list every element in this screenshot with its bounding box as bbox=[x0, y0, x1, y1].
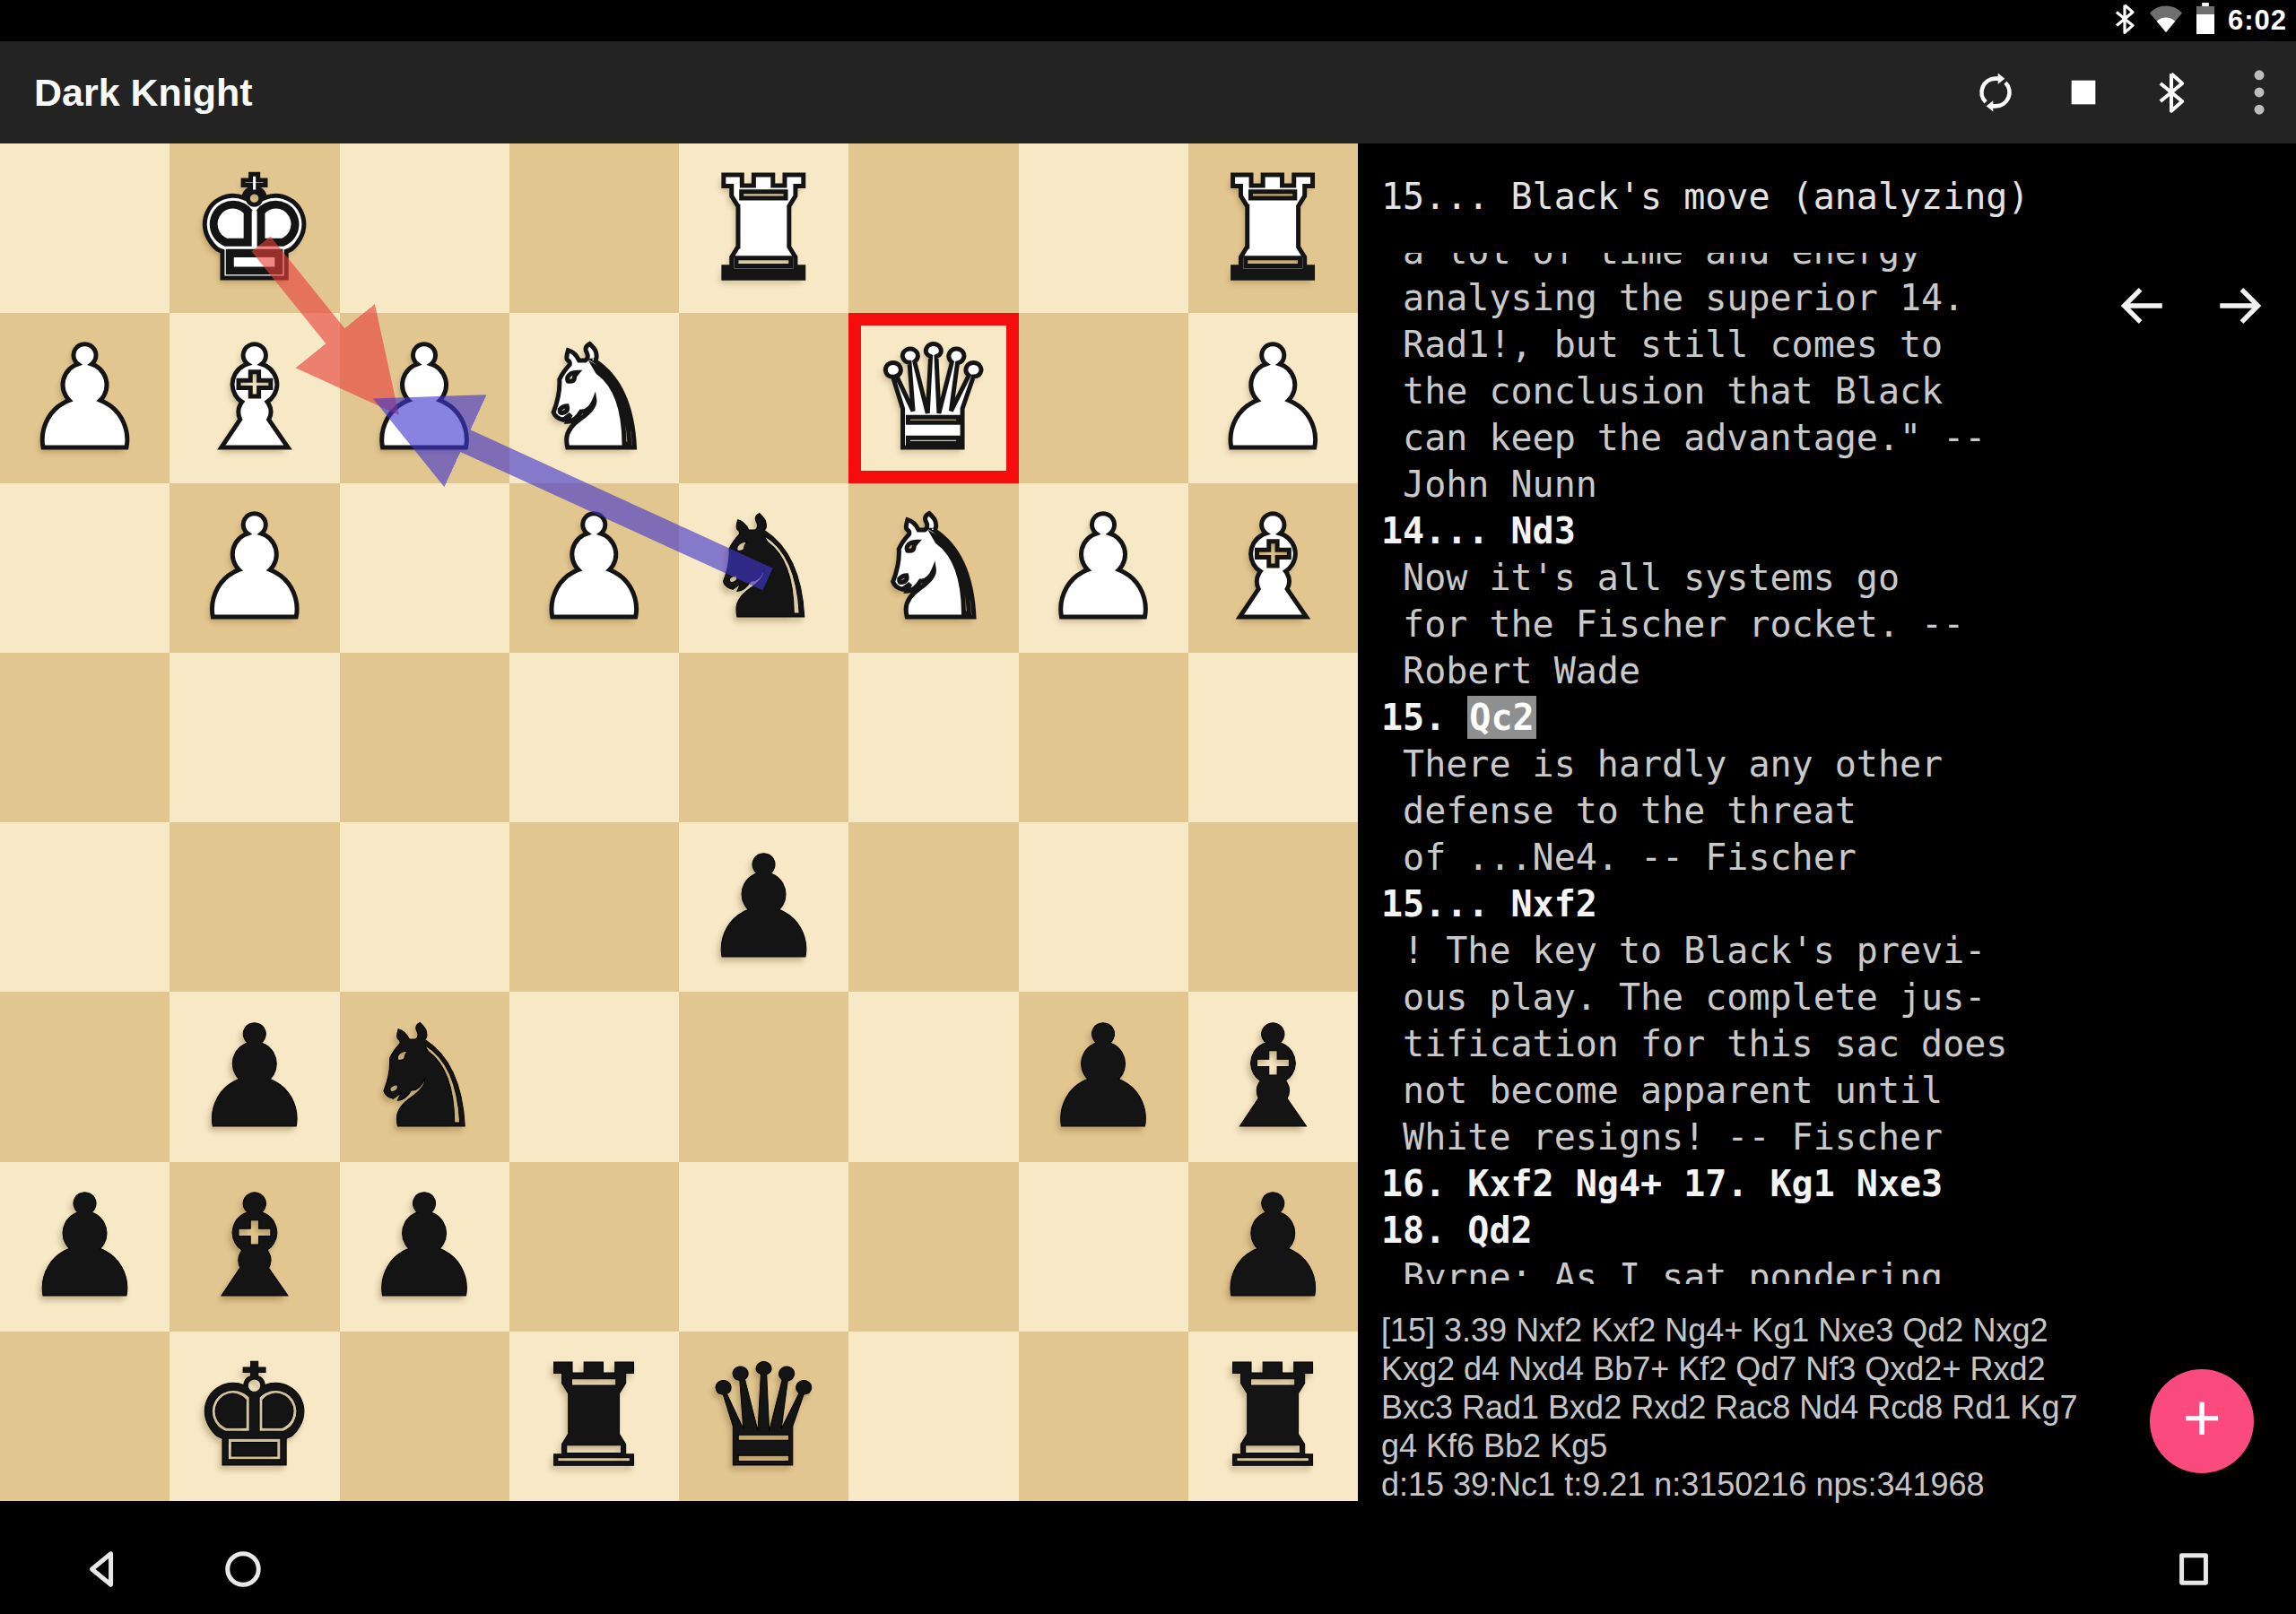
square-g6[interactable]: ♟ bbox=[170, 992, 339, 1161]
comment-line: White resigns! -- Fischer bbox=[1381, 1114, 2242, 1160]
square-d2[interactable] bbox=[679, 313, 848, 482]
stop-icon[interactable] bbox=[2063, 72, 2104, 113]
square-g3[interactable]: ♟ bbox=[170, 483, 339, 653]
square-b8[interactable] bbox=[1019, 1332, 1188, 1501]
white-pawn-e3: ♟ bbox=[531, 497, 658, 638]
square-h6[interactable] bbox=[0, 992, 170, 1161]
square-e7[interactable] bbox=[509, 1162, 679, 1332]
overflow-menu-icon[interactable] bbox=[2239, 72, 2280, 113]
black-knight-f6: ♞ bbox=[361, 1006, 488, 1148]
comment-line: ous play. The complete jus- bbox=[1381, 974, 2242, 1020]
square-h7[interactable]: ♟ bbox=[0, 1162, 170, 1332]
square-g2[interactable]: ♝ bbox=[170, 313, 339, 482]
black-pawn-f7: ♟ bbox=[361, 1176, 488, 1317]
engine-line: Kxg2 d4 Nxd4 Bb7+ Kf2 Qd7 Nf3 Qxd2+ Rxd2 bbox=[1381, 1349, 2170, 1388]
white-king-g1: ♚ bbox=[191, 158, 318, 299]
square-g1[interactable]: ♚ bbox=[170, 143, 339, 313]
square-f2[interactable]: ♟ bbox=[340, 313, 509, 482]
engine-line: g4 Kf6 Bb2 Kg5 bbox=[1381, 1427, 2170, 1465]
square-b1[interactable] bbox=[1019, 143, 1188, 313]
square-h2[interactable]: ♟ bbox=[0, 313, 170, 482]
comment-line: can keep the advantage." -- bbox=[1381, 414, 2242, 461]
square-d3[interactable]: ♞ bbox=[679, 483, 848, 653]
square-e2[interactable]: ♞ bbox=[509, 313, 679, 482]
square-a6[interactable]: ♝ bbox=[1188, 992, 1358, 1161]
comment-line: ! The key to Black's previ- bbox=[1381, 927, 2242, 974]
sync-icon[interactable] bbox=[1975, 72, 2016, 113]
square-e6[interactable] bbox=[509, 992, 679, 1161]
square-c4[interactable] bbox=[848, 653, 1018, 822]
square-h1[interactable] bbox=[0, 143, 170, 313]
move-status-header: 15... Black's move (analyzing) bbox=[1381, 176, 2029, 217]
square-f7[interactable]: ♟ bbox=[340, 1162, 509, 1332]
black-bishop-g7: ♝ bbox=[191, 1176, 318, 1317]
current-move-highlight[interactable]: Qc2 bbox=[1467, 696, 1535, 739]
square-f3[interactable] bbox=[340, 483, 509, 653]
comment-line: the conclusion that Black bbox=[1381, 368, 2242, 414]
black-knight-d3: ♞ bbox=[700, 497, 828, 638]
black-pawn-a7: ♟ bbox=[1210, 1176, 1337, 1317]
square-c8[interactable] bbox=[848, 1332, 1018, 1501]
square-g4[interactable] bbox=[170, 653, 339, 822]
comment-line: Now it's all systems go bbox=[1381, 554, 2242, 601]
comment-line: a lot of time and energy bbox=[1381, 253, 2242, 274]
status-icons: 6:02 bbox=[2113, 0, 2287, 41]
bluetooth-icon bbox=[2113, 4, 2136, 38]
square-d7[interactable] bbox=[679, 1162, 848, 1332]
white-pawn-b3: ♟ bbox=[1039, 497, 1167, 638]
white-rook-a1: ♜ bbox=[1210, 158, 1337, 299]
black-rook-a8: ♜ bbox=[1210, 1345, 1337, 1487]
recents-icon[interactable] bbox=[2149, 1524, 2239, 1614]
comment-line: defense to the threat bbox=[1381, 787, 2242, 834]
white-bishop-g2: ♝ bbox=[191, 327, 318, 469]
back-icon[interactable] bbox=[57, 1524, 147, 1614]
black-pawn-d5: ♟ bbox=[700, 837, 828, 978]
comment-line: tification for this sac does bbox=[1381, 1020, 2242, 1067]
square-h4[interactable] bbox=[0, 653, 170, 822]
square-c7[interactable] bbox=[848, 1162, 1018, 1332]
square-f1[interactable] bbox=[340, 143, 509, 313]
square-c2[interactable]: ♛ bbox=[848, 313, 1018, 482]
move-line[interactable]: 18. Qd2 bbox=[1381, 1207, 2242, 1254]
square-e4[interactable] bbox=[509, 653, 679, 822]
square-b4[interactable] bbox=[1019, 653, 1188, 822]
square-g7[interactable]: ♝ bbox=[170, 1162, 339, 1332]
comment-line: Rad1!, but still comes to bbox=[1381, 321, 2242, 368]
black-bishop-a6: ♝ bbox=[1210, 1006, 1337, 1148]
engine-line: Bxc3 Rad1 Bxd2 Rxd2 Rac8 Nd4 Rcd8 Rd1 Kg… bbox=[1381, 1388, 2170, 1427]
square-d8[interactable]: ♛ bbox=[679, 1332, 848, 1501]
square-g5[interactable] bbox=[170, 822, 339, 992]
square-b7[interactable] bbox=[1019, 1162, 1188, 1332]
annotation-scroll-area[interactable]: a lot of time and energy analysing the s… bbox=[1381, 253, 2242, 1284]
add-fab[interactable]: + bbox=[2150, 1369, 2254, 1473]
square-b5[interactable] bbox=[1019, 822, 1188, 992]
square-f4[interactable] bbox=[340, 653, 509, 822]
move-line[interactable]: 16. Kxf2 Ng4+ 17. Kg1 Nxe3 bbox=[1381, 1160, 2242, 1207]
white-knight-c3: ♞ bbox=[870, 497, 997, 638]
white-queen-c2: ♛ bbox=[870, 327, 997, 469]
square-c3[interactable]: ♞ bbox=[848, 483, 1018, 653]
engine-output: [15] 3.39 Nxf2 Kxf2 Ng4+ Kg1 Nxe3 Qd2 Nx… bbox=[1381, 1311, 2170, 1504]
white-rook-d1: ♜ bbox=[700, 158, 828, 299]
battery-icon bbox=[2196, 3, 2215, 39]
status-bar: 6:02 bbox=[0, 0, 2296, 41]
square-a8[interactable]: ♜ bbox=[1188, 1332, 1358, 1501]
square-d1[interactable]: ♜ bbox=[679, 143, 848, 313]
comment-line: There is hardly any other bbox=[1381, 741, 2242, 787]
white-knight-e2: ♞ bbox=[531, 327, 658, 469]
white-pawn-h2: ♟ bbox=[22, 327, 149, 469]
black-king-g8: ♚ bbox=[191, 1345, 318, 1487]
white-pawn-g3: ♟ bbox=[191, 497, 318, 638]
black-pawn-h7: ♟ bbox=[22, 1176, 149, 1317]
square-f8[interactable] bbox=[340, 1332, 509, 1501]
comment-line: Byrne: As I sat pondering bbox=[1381, 1254, 2242, 1284]
black-rook-e8: ♜ bbox=[531, 1345, 658, 1487]
home-icon[interactable] bbox=[198, 1524, 288, 1614]
system-nav-bar bbox=[0, 1524, 2296, 1614]
comment-line: Robert Wade bbox=[1381, 647, 2242, 694]
square-a2[interactable]: ♟ bbox=[1188, 313, 1358, 482]
clock: 6:02 bbox=[2228, 4, 2287, 37]
square-a4[interactable] bbox=[1188, 653, 1358, 822]
square-a1[interactable]: ♜ bbox=[1188, 143, 1358, 313]
engine-line: [15] 3.39 Nxf2 Kxf2 Ng4+ Kg1 Nxe3 Qd2 Nx… bbox=[1381, 1311, 2170, 1349]
square-c5[interactable] bbox=[848, 822, 1018, 992]
square-b6[interactable]: ♟ bbox=[1019, 992, 1188, 1161]
square-h8[interactable] bbox=[0, 1332, 170, 1501]
square-e8[interactable]: ♜ bbox=[509, 1332, 679, 1501]
chess-board[interactable]: ♚♜♜♟♝♟♞♛♟♟♟♞♞♟♝♟♟♞♟♝♟♝♟♟♚♜♛♜ bbox=[0, 143, 1358, 1501]
square-b2[interactable] bbox=[1019, 313, 1188, 482]
black-queen-d8: ♛ bbox=[700, 1345, 828, 1487]
comment-line: analysing the superior 14. bbox=[1381, 274, 2242, 321]
square-a3[interactable]: ♝ bbox=[1188, 483, 1358, 653]
white-pawn-a2: ♟ bbox=[1210, 327, 1337, 469]
wifi-icon bbox=[2149, 4, 2183, 37]
engine-line: d:15 39:Nc1 t:9.21 n:3150216 nps:341968 bbox=[1381, 1465, 2170, 1504]
move-line[interactable]: 15... Nxf2 bbox=[1381, 881, 2242, 927]
app-title: Dark Knight bbox=[34, 41, 253, 143]
square-h5[interactable] bbox=[0, 822, 170, 992]
white-bishop-a3: ♝ bbox=[1210, 497, 1337, 638]
bluetooth-icon[interactable] bbox=[2151, 72, 2192, 113]
square-f6[interactable]: ♞ bbox=[340, 992, 509, 1161]
white-pawn-f2: ♟ bbox=[361, 327, 488, 469]
app-bar: Dark Knight bbox=[0, 41, 2296, 143]
comment-line: not become apparent until bbox=[1381, 1067, 2242, 1114]
analysis-panel: 15... Black's move (analyzing) a lot of … bbox=[1358, 143, 2296, 1501]
square-e3[interactable]: ♟ bbox=[509, 483, 679, 653]
square-g8[interactable]: ♚ bbox=[170, 1332, 339, 1501]
square-c6[interactable] bbox=[848, 992, 1018, 1161]
comment-line: of ...Ne4. -- Fischer bbox=[1381, 834, 2242, 881]
comment-line: for the Fischer rocket. -- bbox=[1381, 601, 2242, 647]
square-b3[interactable]: ♟ bbox=[1019, 483, 1188, 653]
square-a5[interactable] bbox=[1188, 822, 1358, 992]
black-pawn-b6: ♟ bbox=[1039, 1006, 1167, 1148]
square-e1[interactable] bbox=[509, 143, 679, 313]
square-c1[interactable] bbox=[848, 143, 1018, 313]
square-d6[interactable] bbox=[679, 992, 848, 1161]
move-line[interactable]: 14... Nd3 bbox=[1381, 508, 2242, 554]
square-a7[interactable]: ♟ bbox=[1188, 1162, 1358, 1332]
android-screen: { "status_bar": { "time": "6:02", "icons… bbox=[0, 0, 2296, 1614]
square-f5[interactable] bbox=[340, 822, 509, 992]
square-d5[interactable]: ♟ bbox=[679, 822, 848, 992]
move-line[interactable]: 15. Qc2 bbox=[1381, 694, 2242, 741]
square-d4[interactable] bbox=[679, 653, 848, 822]
plus-icon: + bbox=[2182, 1385, 2221, 1452]
comment-line: John Nunn bbox=[1381, 461, 2242, 508]
black-pawn-g6: ♟ bbox=[191, 1006, 318, 1148]
square-e5[interactable] bbox=[509, 822, 679, 992]
square-h3[interactable] bbox=[0, 483, 170, 653]
